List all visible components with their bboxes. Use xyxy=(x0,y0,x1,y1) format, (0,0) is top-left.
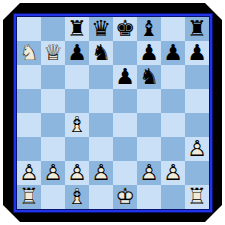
square-g4[interactable] xyxy=(161,113,185,137)
square-e4[interactable] xyxy=(113,113,137,137)
square-b2[interactable]: ♟♙ xyxy=(41,161,65,185)
white-pawn-outline: ♙ xyxy=(65,161,89,185)
black-pawn-glyph: ♟ xyxy=(65,41,89,65)
square-a5[interactable] xyxy=(17,89,41,113)
square-b8[interactable] xyxy=(41,17,65,41)
square-d5[interactable] xyxy=(89,89,113,113)
white-queen[interactable]: ♛♕ xyxy=(41,41,65,65)
square-b7[interactable]: ♛♕ xyxy=(41,41,65,65)
square-f1[interactable] xyxy=(137,185,161,209)
square-g7[interactable]: ♟ xyxy=(161,41,185,65)
square-f7[interactable]: ♟ xyxy=(137,41,161,65)
white-pawn-outline: ♙ xyxy=(41,161,65,185)
black-pawn-glyph: ♟ xyxy=(137,41,161,65)
black-pawn[interactable]: ♟ xyxy=(137,41,161,65)
square-g5[interactable] xyxy=(161,89,185,113)
black-pawn[interactable]: ♟ xyxy=(161,41,185,65)
square-h5[interactable] xyxy=(185,89,209,113)
square-e3[interactable] xyxy=(113,137,137,161)
black-rook-glyph: ♜ xyxy=(65,17,89,41)
black-knight[interactable]: ♞ xyxy=(137,65,161,89)
white-bishop-outline: ♗ xyxy=(65,113,89,137)
square-e2[interactable] xyxy=(113,161,137,185)
square-c6[interactable] xyxy=(65,65,89,89)
white-pawn-outline: ♙ xyxy=(17,161,41,185)
white-knight-outline: ♘ xyxy=(17,41,41,65)
black-bishop-glyph: ♝ xyxy=(137,17,161,41)
white-pawn[interactable]: ♟♙ xyxy=(161,161,185,185)
white-rook[interactable]: ♜♖ xyxy=(185,185,209,209)
square-d4[interactable] xyxy=(89,113,113,137)
square-g3[interactable] xyxy=(161,137,185,161)
black-queen[interactable]: ♛ xyxy=(89,17,113,41)
square-a6[interactable] xyxy=(17,65,41,89)
black-king[interactable]: ♚ xyxy=(113,17,137,41)
black-pawn-glyph: ♟ xyxy=(113,65,137,89)
board-frame: ♜♛♚♝♜♞♘♛♕♟♞♟♟♟♟♞♝♗♟♙♟♙♟♙♟♙♟♙♟♙♟♙♜♖♝♗♚♔♜♖ xyxy=(13,13,213,213)
white-pawn[interactable]: ♟♙ xyxy=(17,161,41,185)
square-g1[interactable] xyxy=(161,185,185,209)
square-e7[interactable] xyxy=(113,41,137,65)
white-bishop[interactable]: ♝♗ xyxy=(65,113,89,137)
square-h8[interactable]: ♜ xyxy=(185,17,209,41)
square-b1[interactable] xyxy=(41,185,65,209)
white-rook-outline: ♖ xyxy=(17,185,41,209)
chess-diagram: ♜♛♚♝♜♞♘♛♕♟♞♟♟♟♟♞♝♗♟♙♟♙♟♙♟♙♟♙♟♙♟♙♜♖♝♗♚♔♜♖ xyxy=(0,0,225,225)
square-f8[interactable]: ♝ xyxy=(137,17,161,41)
black-rook-glyph: ♜ xyxy=(185,17,209,41)
black-pawn[interactable]: ♟ xyxy=(65,41,89,65)
white-king-outline: ♔ xyxy=(113,185,137,209)
square-c8[interactable]: ♜ xyxy=(65,17,89,41)
black-pawn[interactable]: ♟ xyxy=(185,41,209,65)
white-pawn-outline: ♙ xyxy=(89,161,113,185)
black-pawn[interactable]: ♟ xyxy=(113,65,137,89)
square-e1[interactable]: ♚♔ xyxy=(113,185,137,209)
white-pawn[interactable]: ♟♙ xyxy=(185,137,209,161)
square-h4[interactable] xyxy=(185,113,209,137)
square-b6[interactable] xyxy=(41,65,65,89)
square-h3[interactable]: ♟♙ xyxy=(185,137,209,161)
square-a3[interactable] xyxy=(17,137,41,161)
square-c4[interactable]: ♝♗ xyxy=(65,113,89,137)
square-h7[interactable]: ♟ xyxy=(185,41,209,65)
square-d7[interactable]: ♞ xyxy=(89,41,113,65)
square-h6[interactable] xyxy=(185,65,209,89)
square-c2[interactable]: ♟♙ xyxy=(65,161,89,185)
square-a7[interactable]: ♞♘ xyxy=(17,41,41,65)
square-h1[interactable]: ♜♖ xyxy=(185,185,209,209)
white-pawn[interactable]: ♟♙ xyxy=(41,161,65,185)
black-knight-glyph: ♞ xyxy=(137,65,161,89)
square-f6[interactable]: ♞ xyxy=(137,65,161,89)
white-pawn[interactable]: ♟♙ xyxy=(137,161,161,185)
white-pawn[interactable]: ♟♙ xyxy=(89,161,113,185)
white-rook-outline: ♖ xyxy=(185,185,209,209)
square-f2[interactable]: ♟♙ xyxy=(137,161,161,185)
square-d8[interactable]: ♛ xyxy=(89,17,113,41)
square-e5[interactable] xyxy=(113,89,137,113)
square-g6[interactable] xyxy=(161,65,185,89)
square-a8[interactable] xyxy=(17,17,41,41)
square-a4[interactable] xyxy=(17,113,41,137)
white-bishop[interactable]: ♝♗ xyxy=(65,185,89,209)
white-rook[interactable]: ♜♖ xyxy=(17,185,41,209)
square-a2[interactable]: ♟♙ xyxy=(17,161,41,185)
square-e8[interactable]: ♚ xyxy=(113,17,137,41)
black-queen-glyph: ♛ xyxy=(89,17,113,41)
square-f4[interactable] xyxy=(137,113,161,137)
square-b3[interactable] xyxy=(41,137,65,161)
white-pawn-outline: ♙ xyxy=(137,161,161,185)
square-f3[interactable] xyxy=(137,137,161,161)
square-d2[interactable]: ♟♙ xyxy=(89,161,113,185)
square-d3[interactable] xyxy=(89,137,113,161)
square-d1[interactable] xyxy=(89,185,113,209)
black-knight[interactable]: ♞ xyxy=(89,41,113,65)
white-pawn-outline: ♙ xyxy=(161,161,185,185)
square-c1[interactable]: ♝♗ xyxy=(65,185,89,209)
white-pawn-outline: ♙ xyxy=(185,137,209,161)
square-e6[interactable]: ♟ xyxy=(113,65,137,89)
square-h2[interactable] xyxy=(185,161,209,185)
black-rook[interactable]: ♜ xyxy=(65,17,89,41)
white-king[interactable]: ♚♔ xyxy=(113,185,137,209)
square-g2[interactable]: ♟♙ xyxy=(161,161,185,185)
square-b5[interactable] xyxy=(41,89,65,113)
square-f5[interactable] xyxy=(137,89,161,113)
square-c3[interactable] xyxy=(65,137,89,161)
white-queen-outline: ♕ xyxy=(41,41,65,65)
white-pawn[interactable]: ♟♙ xyxy=(65,161,89,185)
square-d6[interactable] xyxy=(89,65,113,89)
white-bishop-outline: ♗ xyxy=(65,185,89,209)
square-b4[interactable] xyxy=(41,113,65,137)
black-rook[interactable]: ♜ xyxy=(185,17,209,41)
square-g8[interactable] xyxy=(161,17,185,41)
black-pawn-glyph: ♟ xyxy=(185,41,209,65)
black-knight-glyph: ♞ xyxy=(89,41,113,65)
white-knight[interactable]: ♞♘ xyxy=(17,41,41,65)
square-c7[interactable]: ♟ xyxy=(65,41,89,65)
black-pawn-glyph: ♟ xyxy=(161,41,185,65)
square-a1[interactable]: ♜♖ xyxy=(17,185,41,209)
black-bishop[interactable]: ♝ xyxy=(137,17,161,41)
square-c5[interactable] xyxy=(65,89,89,113)
chess-board: ♜♛♚♝♜♞♘♛♕♟♞♟♟♟♟♞♝♗♟♙♟♙♟♙♟♙♟♙♟♙♟♙♜♖♝♗♚♔♜♖ xyxy=(16,16,210,210)
black-king-glyph: ♚ xyxy=(113,17,137,41)
